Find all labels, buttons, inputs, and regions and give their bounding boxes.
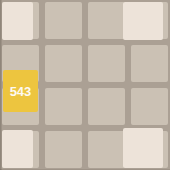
game-board[interactable]: 543 <box>0 0 170 170</box>
tile-blank-bottom-right <box>123 128 163 168</box>
tile-layer: 543 <box>0 0 170 170</box>
tile-blank-bottom-left <box>2 130 33 168</box>
tile-543: 543 <box>3 70 38 112</box>
tile-blank-top-left <box>2 2 33 40</box>
tile-blank-top-right <box>123 2 163 40</box>
